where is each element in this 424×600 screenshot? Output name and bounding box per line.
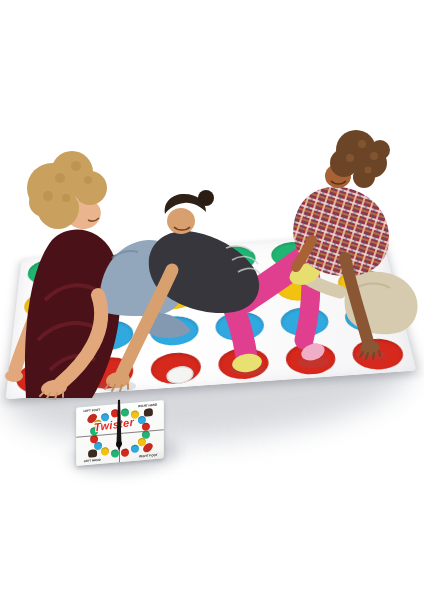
mat-cell-blue-6 xyxy=(334,297,407,337)
mat-cell-green-2 xyxy=(80,250,142,286)
blue-dot-4 xyxy=(214,310,265,342)
blue-dot-5 xyxy=(278,306,331,338)
mat-cell-blue-2 xyxy=(76,315,142,356)
green-dot-1 xyxy=(26,258,73,287)
mat-cell-yellow-5 xyxy=(265,268,333,306)
mat-cell-green-1 xyxy=(18,254,82,290)
spinner-needle xyxy=(76,390,164,468)
green-dot-5 xyxy=(269,241,318,269)
blue-dot-6 xyxy=(343,301,398,333)
red-dot-6 xyxy=(350,337,407,371)
mat-perspective-wrap xyxy=(5,170,417,385)
mat-cell-green-5 xyxy=(261,237,327,272)
mat-cell-red-1 xyxy=(6,356,77,400)
red-dot-3 xyxy=(151,351,202,385)
red-dot-4 xyxy=(217,346,270,380)
green-dot-2 xyxy=(88,253,134,281)
twister-mat xyxy=(6,233,417,399)
twister-product-photo: LEFT FOOT RIGHT HAND LEFT HAND RIGHT FOO… xyxy=(0,0,424,600)
green-dot-3 xyxy=(149,249,195,277)
red-dot-1 xyxy=(15,360,67,395)
mat-cell-yellow-2 xyxy=(78,281,142,319)
mat-cell-yellow-6 xyxy=(327,264,397,302)
mat-cell-red-5 xyxy=(274,337,348,380)
mat-cell-green-4 xyxy=(201,241,265,277)
red-dot-2 xyxy=(83,356,134,390)
green-dot-4 xyxy=(209,245,257,273)
mat-cell-red-4 xyxy=(208,342,279,385)
girl-right-hair-curls xyxy=(346,140,378,174)
red-dot-5 xyxy=(284,342,339,376)
blue-dot-1 xyxy=(19,324,70,356)
mat-cell-red-6 xyxy=(341,333,417,376)
yellow-dot-1 xyxy=(23,290,72,320)
mat-cell-blue-4 xyxy=(206,306,275,346)
mat-cell-yellow-3 xyxy=(142,277,206,315)
mat-cell-red-3 xyxy=(142,347,211,390)
yellow-dot-5 xyxy=(274,272,325,302)
yellow-dot-4 xyxy=(212,277,261,307)
yellow-dot-6 xyxy=(336,268,389,298)
mat-cell-green-3 xyxy=(141,246,203,282)
green-dot-6 xyxy=(329,237,380,265)
yellow-dot-3 xyxy=(150,281,198,311)
spinner-card: LEFT FOOT RIGHT HAND LEFT HAND RIGHT FOO… xyxy=(76,400,164,466)
blue-dot-2 xyxy=(85,319,134,351)
blue-dot-3 xyxy=(150,315,199,347)
mat-cell-blue-5 xyxy=(270,302,341,342)
mat-cell-blue-3 xyxy=(142,311,208,352)
yellow-dot-2 xyxy=(86,285,133,315)
mat-cell-green-6 xyxy=(321,233,389,268)
mat-cell-red-2 xyxy=(74,351,143,394)
mat-cell-yellow-1 xyxy=(14,286,80,324)
mat-cell-yellow-4 xyxy=(203,273,269,311)
mat-cell-blue-1 xyxy=(10,320,78,361)
